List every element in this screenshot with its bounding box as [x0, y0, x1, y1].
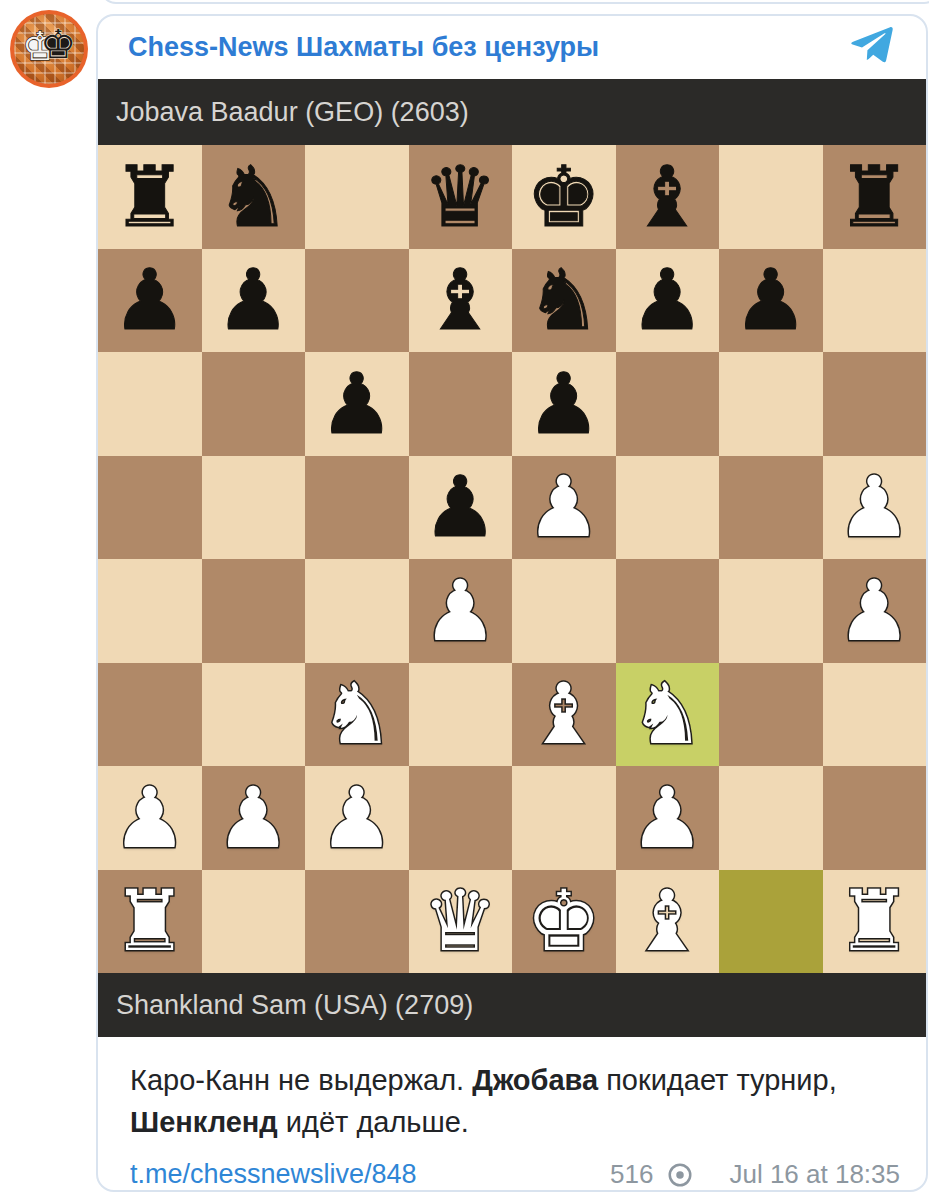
- square-a5: [98, 456, 202, 560]
- square-b8: ♞: [202, 145, 306, 249]
- channel-title[interactable]: Chess-News Шахматы без цензуры: [128, 32, 832, 63]
- black-pawn: ♟: [526, 362, 601, 446]
- message-header: Chess-News Шахматы без цензуры: [98, 16, 926, 79]
- square-g3: [719, 663, 823, 767]
- square-b5: [202, 456, 306, 560]
- square-d8: ♛: [409, 145, 513, 249]
- black-pawn: ♟: [423, 465, 498, 549]
- previous-message-bubble-edge: [100, 0, 929, 4]
- square-c4: [305, 559, 409, 663]
- square-g4: [719, 559, 823, 663]
- square-e2: [512, 766, 616, 870]
- channel-avatar[interactable]: ♚ ♚: [10, 10, 88, 88]
- white-king: ♚: [526, 879, 601, 963]
- white-queen: ♛: [423, 879, 498, 963]
- post-caption: Каро-Канн не выдержал. Джобава покидает …: [98, 1037, 926, 1149]
- caption-text: Шенкленд: [130, 1106, 278, 1138]
- caption-text: идёт дальше.: [278, 1106, 469, 1138]
- square-f6: [616, 352, 720, 456]
- post-link[interactable]: t.me/chessnewslive/848: [130, 1159, 417, 1190]
- square-b6: [202, 352, 306, 456]
- square-f3: ♞: [616, 663, 720, 767]
- square-d1: ♛: [409, 870, 513, 974]
- square-g5: [719, 456, 823, 560]
- eye-icon: [665, 1160, 695, 1190]
- square-c7: [305, 249, 409, 353]
- black-queen: ♛: [423, 155, 498, 239]
- square-a2: ♟: [98, 766, 202, 870]
- caption-text: Каро-Канн не выдержал.: [130, 1064, 472, 1096]
- square-d7: ♝: [409, 249, 513, 353]
- square-h3: [823, 663, 927, 767]
- square-a3: [98, 663, 202, 767]
- square-b1: [202, 870, 306, 974]
- square-e5: ♟: [512, 456, 616, 560]
- square-a8: ♜: [98, 145, 202, 249]
- white-knight: ♞: [630, 672, 705, 756]
- square-a7: ♟: [98, 249, 202, 353]
- black-bishop: ♝: [630, 155, 705, 239]
- square-d3: [409, 663, 513, 767]
- white-knight: ♞: [319, 672, 394, 756]
- post-footer: t.me/chessnewslive/848 516 Jul 16 at 18:…: [98, 1149, 926, 1190]
- square-f7: ♟: [616, 249, 720, 353]
- caption-text: Джобава: [472, 1064, 598, 1096]
- white-pawn: ♟: [837, 465, 912, 549]
- white-bishop: ♝: [526, 672, 601, 756]
- square-h8: ♜: [823, 145, 927, 249]
- square-c1: [305, 870, 409, 974]
- telegram-paper-plane-icon: [847, 21, 897, 75]
- square-g6: [719, 352, 823, 456]
- chess-board: ♜♞♛♚♝♜♟♟♝♞♟♟♟♟♟♟♟♟♟♞♝♞♟♟♟♟♜♛♚♝♜: [98, 145, 926, 973]
- bottom-player-name: Shankland Sam (USA) (2709): [116, 990, 473, 1021]
- white-pawn: ♟: [837, 569, 912, 653]
- square-f4: [616, 559, 720, 663]
- black-king-logo-icon: ♚: [40, 24, 76, 64]
- square-a6: [98, 352, 202, 456]
- square-a1: ♜: [98, 870, 202, 974]
- square-d4: ♟: [409, 559, 513, 663]
- square-h7: [823, 249, 927, 353]
- black-pawn: ♟: [319, 362, 394, 446]
- square-d5: ♟: [409, 456, 513, 560]
- chess-globe-logo: ♚ ♚: [14, 14, 84, 84]
- message-bubble: Chess-News Шахматы без цензуры Jobava Ba…: [96, 14, 928, 1192]
- square-a4: [98, 559, 202, 663]
- white-pawn: ♟: [526, 465, 601, 549]
- square-d2: [409, 766, 513, 870]
- square-c5: [305, 456, 409, 560]
- square-g2: [719, 766, 823, 870]
- white-rook: ♜: [112, 879, 187, 963]
- square-b7: ♟: [202, 249, 306, 353]
- square-b4: [202, 559, 306, 663]
- square-f5: [616, 456, 720, 560]
- share-button[interactable]: [844, 20, 900, 76]
- square-g8: [719, 145, 823, 249]
- white-pawn: ♟: [423, 569, 498, 653]
- square-h2: [823, 766, 927, 870]
- white-bishop: ♝: [630, 879, 705, 963]
- square-e4: [512, 559, 616, 663]
- top-player-name: Jobava Baadur (GEO) (2603): [116, 97, 469, 128]
- white-rook: ♜: [837, 879, 912, 963]
- black-pawn: ♟: [112, 258, 187, 342]
- black-knight: ♞: [216, 155, 291, 239]
- square-c3: ♞: [305, 663, 409, 767]
- square-g7: ♟: [719, 249, 823, 353]
- square-c8: [305, 145, 409, 249]
- square-h6: [823, 352, 927, 456]
- bottom-player-bar: Shankland Sam (USA) (2709): [98, 973, 926, 1037]
- square-h4: ♟: [823, 559, 927, 663]
- board-photo[interactable]: Jobava Baadur (GEO) (2603) ♜♞♛♚♝♜♟♟♝♞♟♟♟…: [98, 79, 926, 1037]
- black-king: ♚: [526, 155, 601, 239]
- black-knight: ♞: [526, 258, 601, 342]
- white-pawn: ♟: [112, 776, 187, 860]
- black-rook: ♜: [112, 155, 187, 239]
- square-e1: ♚: [512, 870, 616, 974]
- square-b2: ♟: [202, 766, 306, 870]
- post-date: Jul 16 at 18:35: [729, 1159, 900, 1190]
- white-pawn: ♟: [319, 776, 394, 860]
- black-pawn: ♟: [733, 258, 808, 342]
- black-pawn: ♟: [216, 258, 291, 342]
- white-pawn: ♟: [630, 776, 705, 860]
- square-d6: [409, 352, 513, 456]
- square-f2: ♟: [616, 766, 720, 870]
- square-h5: ♟: [823, 456, 927, 560]
- square-b3: [202, 663, 306, 767]
- square-e3: ♝: [512, 663, 616, 767]
- white-pawn: ♟: [216, 776, 291, 860]
- square-h1: ♜: [823, 870, 927, 974]
- black-pawn: ♟: [630, 258, 705, 342]
- top-player-bar: Jobava Baadur (GEO) (2603): [98, 79, 926, 145]
- square-g1: [719, 870, 823, 974]
- black-bishop: ♝: [423, 258, 498, 342]
- post-meta: 516 Jul 16 at 18:35: [610, 1159, 900, 1190]
- square-f1: ♝: [616, 870, 720, 974]
- square-e6: ♟: [512, 352, 616, 456]
- square-c2: ♟: [305, 766, 409, 870]
- views-count: 516: [610, 1159, 653, 1190]
- caption-text: покидает турнир,: [598, 1064, 837, 1096]
- square-f8: ♝: [616, 145, 720, 249]
- square-c6: ♟: [305, 352, 409, 456]
- black-rook: ♜: [837, 155, 912, 239]
- square-e8: ♚: [512, 145, 616, 249]
- square-e7: ♞: [512, 249, 616, 353]
